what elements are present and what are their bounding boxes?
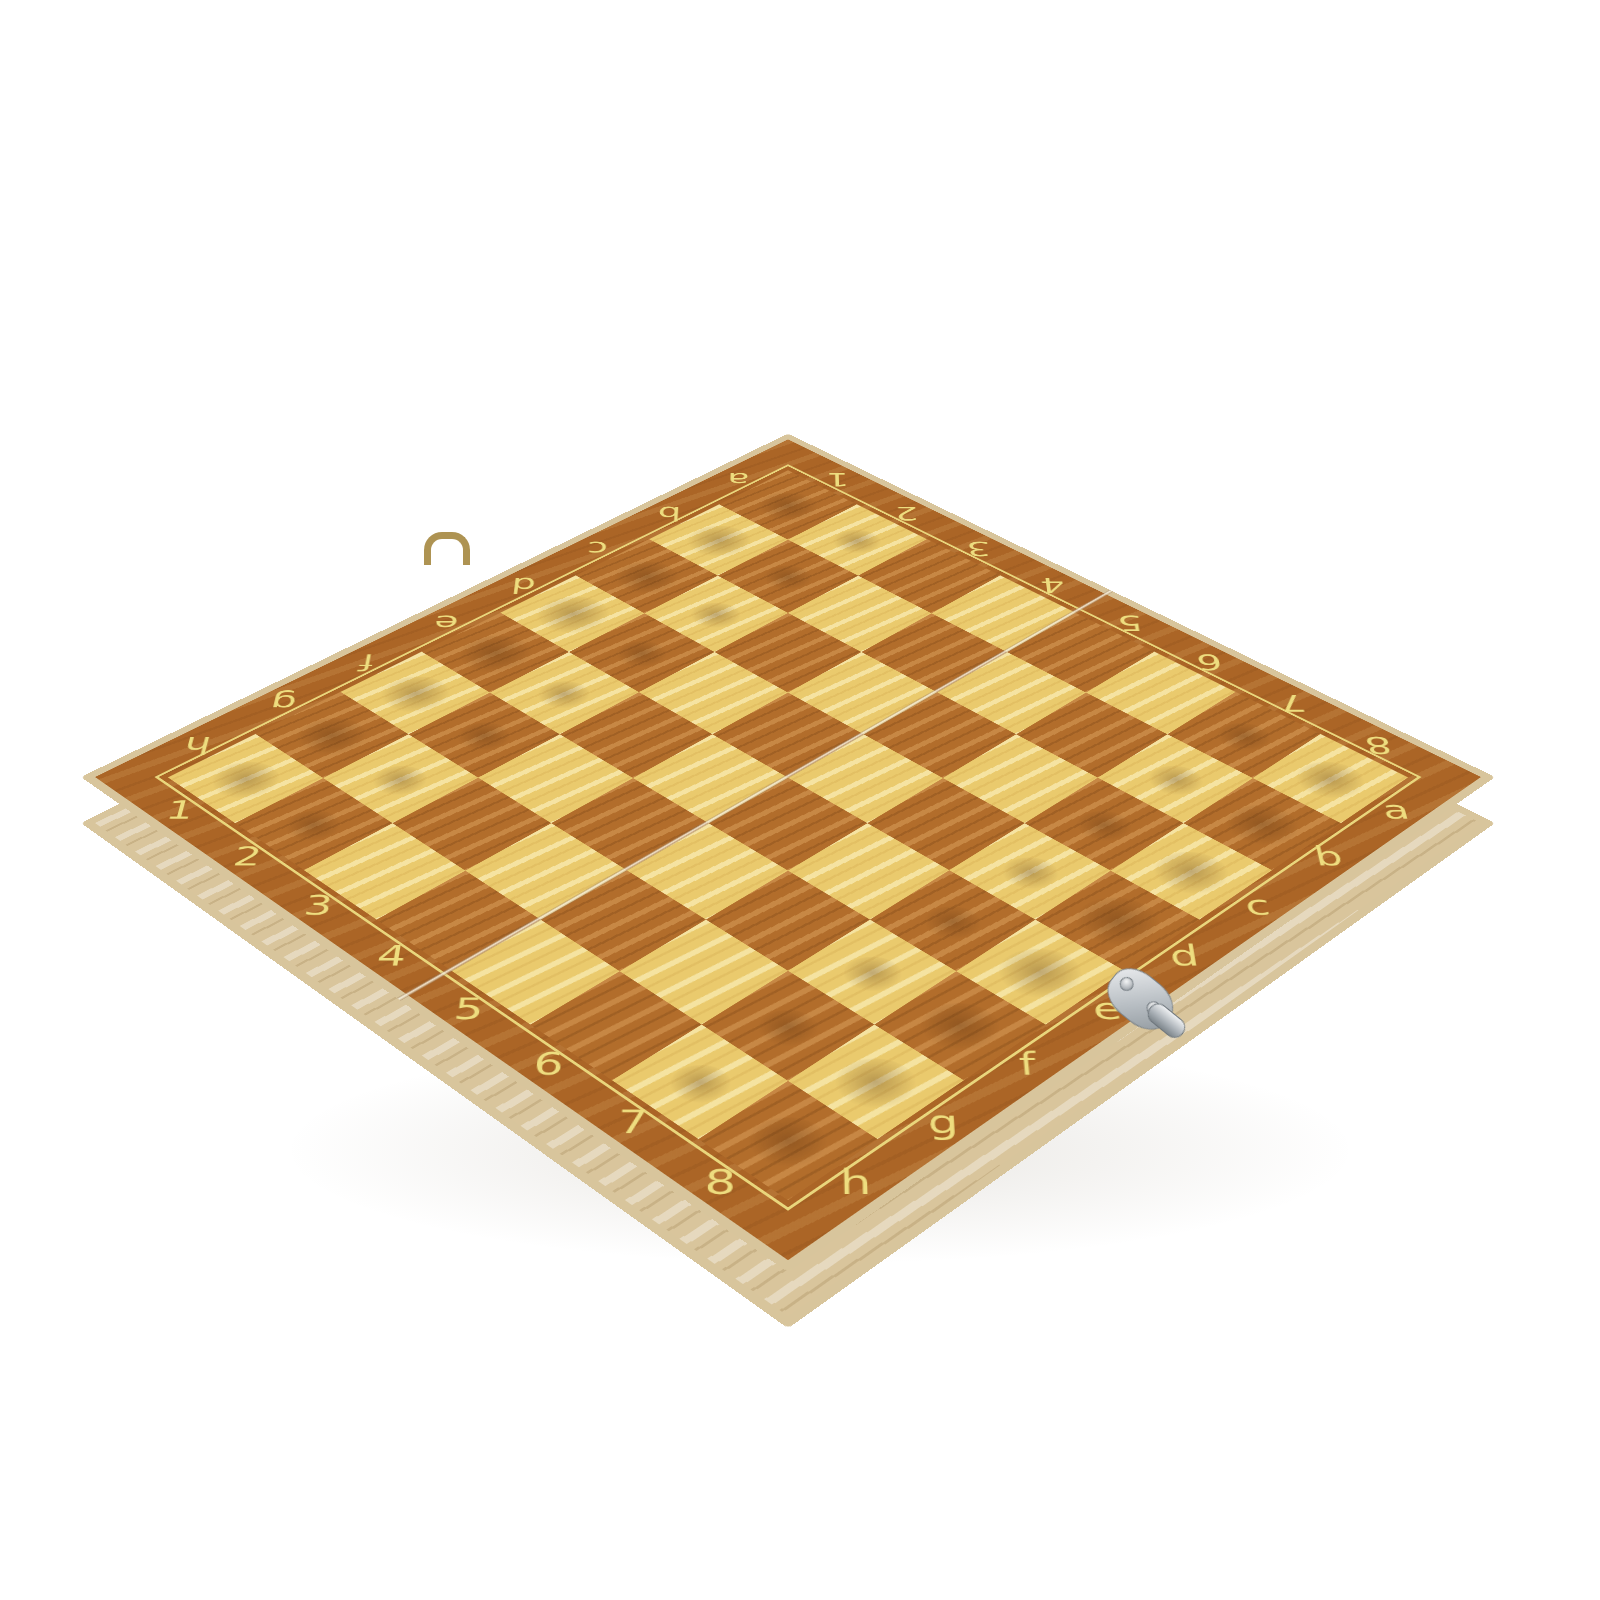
rank-numbers-upper-right-edge-3: 3 [965, 539, 991, 558]
photo-stage: 1234567812345678abcdefghabcdefgh♜♞♟♝♟♚♟♛… [0, 0, 1600, 1600]
file-letters-lower-right-edge-f: f [1017, 1049, 1037, 1080]
board-scene: 1234567812345678abcdefghabcdefgh♜♞♟♝♟♚♟♛… [288, 277, 1288, 1277]
file-letters-lower-right-edge-h: h [839, 1166, 871, 1200]
rank-numbers-lower-left-edge-1: 1 [163, 798, 197, 823]
rank-numbers-upper-right-edge-4: 4 [1039, 575, 1066, 595]
rank-numbers-lower-left-edge-8: 8 [704, 1166, 736, 1200]
rank-numbers-lower-left-edge-6: 6 [532, 1049, 565, 1080]
file-letters-lower-right-edge-b: b [1312, 844, 1346, 870]
chess-board: 1234567812345678abcdefghabcdefgh♜♞♟♝♟♚♟♛… [81, 434, 1495, 1273]
piece-light-rook-h8: ♜ [697, 944, 879, 1147]
rank-numbers-lower-left-edge-4: 4 [375, 942, 408, 970]
piece-dark-pawn-h2: ♟ [252, 693, 375, 831]
file-letters-lower-right-edge-g: g [927, 1106, 960, 1138]
